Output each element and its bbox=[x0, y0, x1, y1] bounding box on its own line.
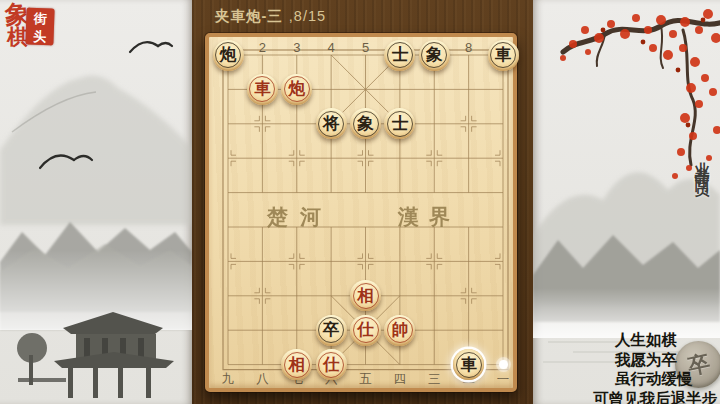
brand-logo: 象 棋 街 头 bbox=[0, 0, 62, 60]
xiangqi-piece-black[interactable]: 象 bbox=[419, 40, 450, 71]
xiangqi-piece-red[interactable]: 車 bbox=[247, 74, 278, 105]
file-label-bottom: 四 bbox=[391, 371, 409, 388]
xiangqi-piece-black[interactable]: 士 bbox=[384, 40, 415, 71]
puzzle-title-text: 夹車炮-三 bbox=[215, 8, 283, 24]
xiangqi-piece-red[interactable]: 炮 bbox=[281, 74, 312, 105]
file-label-bottom: 一 bbox=[494, 371, 512, 388]
quote-line: 我愿为卒 bbox=[615, 350, 717, 370]
file-label-top: 4 bbox=[323, 40, 339, 55]
xiangqi-piece-black[interactable]: 車 bbox=[488, 40, 519, 71]
puzzle-progress: ,8/15 bbox=[289, 8, 326, 24]
file-label-top: 2 bbox=[254, 40, 270, 55]
brand-seal: 街 头 bbox=[25, 8, 54, 46]
board-panel: 夹車炮-三,8/15 楚河 漢界 123456789九八七六五四三二一炮士象車車… bbox=[192, 0, 533, 404]
xiangqi-piece-black[interactable]: 卒 bbox=[316, 315, 347, 346]
file-label-bottom: 八 bbox=[253, 371, 271, 388]
puzzle-title: 夹車炮-三,8/15 bbox=[215, 7, 326, 26]
river-label-left: 楚河 bbox=[258, 203, 342, 231]
quote-line: 虽行动缓慢 bbox=[615, 369, 717, 389]
game-screen: 象 棋 街 头 夹車炮-三,8/15 楚河 漢界 123456789九八七六五四… bbox=[0, 0, 720, 404]
xiangqi-piece-red[interactable]: 仕 bbox=[316, 349, 347, 380]
file-label-top: 8 bbox=[461, 40, 477, 55]
ink-painting-right: 业叁守門员 卒 人生如棋 我愿为卒 虽行动缓慢 可曾见我后退半步 bbox=[533, 0, 720, 404]
river-label-right: 漢界 bbox=[387, 203, 471, 231]
ink-mountains-art bbox=[0, 0, 192, 404]
last-move-origin-marker bbox=[499, 360, 508, 369]
xiangqi-piece-red[interactable]: 帥 bbox=[384, 315, 415, 346]
quote-line: 可曾见我后退半步 bbox=[593, 389, 717, 404]
xiangqi-piece-black[interactable]: 車 bbox=[453, 349, 484, 380]
player-name: 业叁守門员 bbox=[692, 150, 711, 175]
quote-line: 人生如棋 bbox=[615, 330, 717, 350]
xiangqi-board[interactable]: 楚河 漢界 123456789九八七六五四三二一炮士象車車炮将象士相卒仕帥相仕車 bbox=[205, 33, 517, 392]
life-quote: 人生如棋 我愿为卒 虽行动缓慢 可曾见我后退半步 bbox=[593, 330, 717, 404]
ink-painting-left: 象 棋 街 头 bbox=[0, 0, 192, 404]
file-label-top: 5 bbox=[358, 40, 374, 55]
xiangqi-piece-black[interactable]: 将 bbox=[316, 108, 347, 139]
xiangqi-piece-red[interactable]: 仕 bbox=[350, 315, 381, 346]
file-label-bottom: 九 bbox=[219, 371, 237, 388]
file-label-bottom: 五 bbox=[357, 371, 375, 388]
file-label-bottom: 三 bbox=[425, 371, 443, 388]
xiangqi-piece-black[interactable]: 炮 bbox=[213, 40, 244, 71]
file-label-top: 3 bbox=[289, 40, 305, 55]
